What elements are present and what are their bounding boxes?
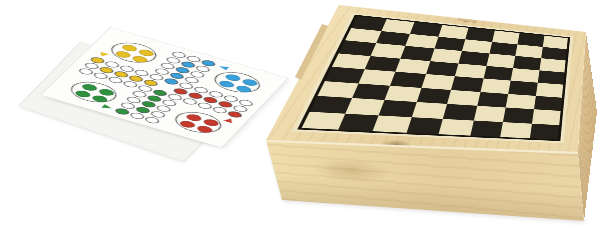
lid-thumb-notch-back	[458, 18, 478, 23]
checkerboard-margin	[291, 13, 573, 143]
product-photo-scene	[0, 0, 600, 232]
checker-square	[470, 120, 503, 137]
checker-square	[439, 119, 474, 136]
ludo-start-arrow-green	[101, 104, 113, 110]
box-lid	[266, 5, 586, 152]
checkerboard	[297, 15, 570, 141]
checker-square	[411, 102, 447, 119]
box-front-face	[266, 140, 584, 221]
checker-square	[500, 122, 531, 138]
checker-square	[532, 109, 561, 125]
checker-square	[443, 104, 477, 120]
checker-square	[373, 115, 412, 132]
checker-square	[379, 100, 417, 117]
lid-finger-notch-front	[382, 140, 412, 146]
checker-square	[406, 117, 443, 134]
ludo-start-arrow-red	[223, 117, 235, 123]
checker-square	[473, 106, 505, 122]
ludo-start-arrow-blue	[217, 65, 229, 71]
checker-square	[503, 108, 534, 124]
checker-square	[529, 123, 559, 139]
